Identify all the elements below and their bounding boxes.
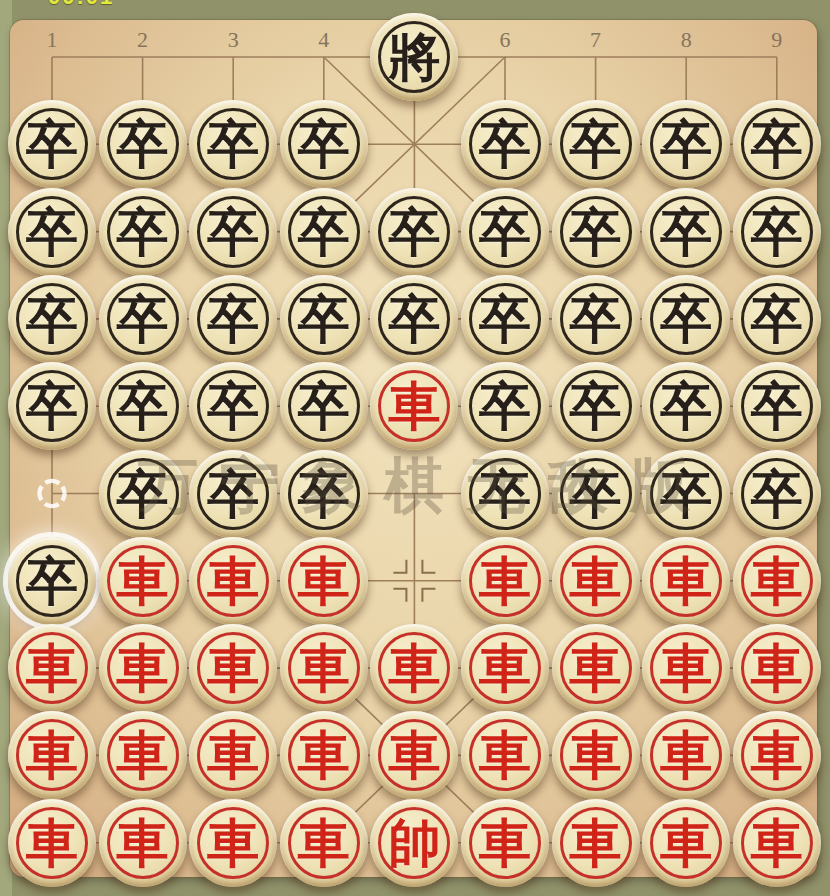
piece-black-soldier[interactable]: 卒 [8,537,96,625]
column-label-7: 7 [590,27,601,53]
piece-glyph: 卒 [479,380,531,432]
piece-black-soldier[interactable]: 卒 [99,450,187,538]
piece-glyph: 車 [388,642,440,694]
piece-black-soldier[interactable]: 卒 [8,362,96,450]
piece-red-chariot[interactable]: 車 [370,711,458,799]
piece-glyph: 卒 [570,468,622,520]
piece-black-soldier[interactable]: 卒 [189,100,277,188]
piece-glyph: 車 [570,642,622,694]
piece-red-general[interactable]: 帥 [370,799,458,887]
column-label-2: 2 [137,27,148,53]
piece-glyph: 車 [660,555,712,607]
piece-red-chariot[interactable]: 車 [280,624,368,712]
piece-black-soldier[interactable]: 卒 [552,362,640,450]
piece-black-soldier[interactable]: 卒 [189,450,277,538]
piece-glyph: 車 [479,729,531,781]
piece-black-soldier[interactable]: 卒 [280,100,368,188]
piece-black-soldier[interactable]: 卒 [461,188,549,276]
piece-glyph: 車 [751,729,803,781]
piece-black-soldier[interactable]: 卒 [189,362,277,450]
piece-glyph: 卒 [207,118,259,170]
piece-black-soldier[interactable]: 卒 [552,100,640,188]
game-timer: 00:01 [48,0,114,10]
piece-black-soldier[interactable]: 卒 [552,450,640,538]
piece-black-soldier[interactable]: 卒 [280,188,368,276]
piece-glyph: 卒 [660,468,712,520]
piece-glyph: 卒 [570,380,622,432]
piece-glyph: 卒 [117,293,169,345]
piece-glyph: 車 [117,642,169,694]
piece-red-chariot[interactable]: 車 [8,624,96,712]
piece-glyph: 車 [660,642,712,694]
piece-red-chariot[interactable]: 車 [99,711,187,799]
piece-black-soldier[interactable]: 卒 [461,275,549,363]
piece-black-soldier[interactable]: 卒 [99,275,187,363]
piece-black-general[interactable]: 將 [370,13,458,101]
piece-red-chariot[interactable]: 車 [552,537,640,625]
piece-black-soldier[interactable]: 卒 [189,275,277,363]
piece-glyph: 車 [751,555,803,607]
piece-glyph: 卒 [751,468,803,520]
piece-glyph: 卒 [26,118,78,170]
piece-glyph: 卒 [570,293,622,345]
piece-glyph: 卒 [660,293,712,345]
piece-glyph: 卒 [751,118,803,170]
piece-glyph: 車 [298,642,350,694]
piece-glyph: 車 [207,555,259,607]
piece-red-chariot[interactable]: 車 [189,799,277,887]
piece-glyph: 卒 [751,206,803,258]
piece-black-soldier[interactable]: 卒 [370,188,458,276]
piece-glyph: 帥 [388,817,440,869]
piece-black-soldier[interactable]: 卒 [189,188,277,276]
piece-glyph: 車 [298,817,350,869]
piece-red-chariot[interactable]: 車 [8,711,96,799]
piece-glyph: 車 [570,729,622,781]
piece-black-soldier[interactable]: 卒 [280,362,368,450]
piece-glyph: 卒 [207,293,259,345]
piece-red-chariot[interactable]: 車 [280,799,368,887]
piece-red-chariot[interactable]: 車 [99,799,187,887]
piece-red-chariot[interactable]: 車 [552,799,640,887]
piece-red-chariot[interactable]: 車 [189,537,277,625]
piece-glyph: 卒 [117,118,169,170]
column-label-9: 9 [771,27,782,53]
piece-glyph: 卒 [298,468,350,520]
piece-black-soldier[interactable]: 卒 [642,188,730,276]
piece-glyph: 卒 [660,206,712,258]
piece-red-chariot[interactable]: 車 [733,624,821,712]
piece-black-soldier[interactable]: 卒 [733,362,821,450]
piece-glyph: 卒 [207,468,259,520]
piece-red-chariot[interactable]: 車 [370,362,458,450]
piece-glyph: 車 [479,817,531,869]
piece-red-chariot[interactable]: 車 [461,624,549,712]
piece-red-chariot[interactable]: 車 [461,537,549,625]
piece-red-chariot[interactable]: 車 [733,537,821,625]
piece-glyph: 卒 [207,380,259,432]
piece-black-soldier[interactable]: 卒 [642,275,730,363]
piece-glyph: 卒 [117,380,169,432]
piece-red-chariot[interactable]: 車 [280,711,368,799]
piece-red-chariot[interactable]: 車 [99,624,187,712]
piece-red-chariot[interactable]: 車 [552,711,640,799]
piece-glyph: 卒 [570,118,622,170]
piece-red-chariot[interactable]: 車 [552,624,640,712]
piece-black-soldier[interactable]: 卒 [642,100,730,188]
piece-black-soldier[interactable]: 卒 [280,450,368,538]
piece-red-chariot[interactable]: 車 [642,624,730,712]
piece-glyph: 車 [26,729,78,781]
piece-black-soldier[interactable]: 卒 [733,188,821,276]
piece-glyph: 車 [207,817,259,869]
piece-glyph: 車 [117,817,169,869]
piece-glyph: 車 [207,729,259,781]
piece-red-chariot[interactable]: 車 [189,624,277,712]
piece-black-soldier[interactable]: 卒 [8,100,96,188]
piece-glyph: 卒 [479,206,531,258]
piece-glyph: 卒 [26,206,78,258]
column-label-8: 8 [681,27,692,53]
piece-red-chariot[interactable]: 車 [733,799,821,887]
piece-red-chariot[interactable]: 車 [99,537,187,625]
piece-black-soldier[interactable]: 卒 [733,275,821,363]
piece-glyph: 卒 [751,293,803,345]
piece-red-chariot[interactable]: 車 [280,537,368,625]
piece-black-soldier[interactable]: 卒 [552,275,640,363]
piece-glyph: 卒 [388,293,440,345]
piece-glyph: 車 [388,729,440,781]
piece-glyph: 車 [26,642,78,694]
column-label-4: 4 [318,27,329,53]
piece-glyph: 卒 [298,293,350,345]
piece-black-soldier[interactable]: 卒 [99,362,187,450]
piece-glyph: 卒 [207,206,259,258]
piece-glyph: 車 [117,555,169,607]
piece-black-soldier[interactable]: 卒 [642,450,730,538]
piece-black-soldier[interactable]: 卒 [99,100,187,188]
piece-glyph: 卒 [26,293,78,345]
column-label-6: 6 [500,27,511,53]
piece-black-soldier[interactable]: 卒 [642,362,730,450]
piece-black-soldier[interactable]: 卒 [370,275,458,363]
column-label-3: 3 [228,27,239,53]
xiangqi-app: { "game": "Xiangqi (Chinese Chess)", "ap… [0,0,830,896]
piece-red-chariot[interactable]: 車 [461,799,549,887]
piece-glyph: 卒 [388,206,440,258]
piece-glyph: 卒 [660,380,712,432]
piece-glyph: 卒 [117,468,169,520]
piece-glyph: 卒 [751,380,803,432]
piece-black-soldier[interactable]: 卒 [733,450,821,538]
piece-glyph: 車 [751,817,803,869]
piece-glyph: 卒 [117,206,169,258]
piece-black-soldier[interactable]: 卒 [99,188,187,276]
piece-glyph: 車 [298,729,350,781]
piece-glyph: 車 [660,729,712,781]
piece-glyph: 車 [388,380,440,432]
piece-glyph: 車 [298,555,350,607]
piece-red-chariot[interactable]: 車 [642,537,730,625]
piece-glyph: 卒 [570,206,622,258]
piece-glyph: 車 [570,555,622,607]
piece-glyph: 車 [26,817,78,869]
piece-red-chariot[interactable]: 車 [642,711,730,799]
piece-glyph: 車 [479,642,531,694]
piece-glyph: 卒 [298,206,350,258]
piece-red-chariot[interactable]: 車 [733,711,821,799]
piece-red-chariot[interactable]: 車 [189,711,277,799]
piece-glyph: 卒 [660,118,712,170]
piece-red-chariot[interactable]: 車 [461,711,549,799]
piece-glyph: 卒 [479,468,531,520]
piece-glyph: 車 [751,642,803,694]
piece-glyph: 卒 [26,380,78,432]
piece-black-soldier[interactable]: 卒 [552,188,640,276]
piece-black-soldier[interactable]: 卒 [461,450,549,538]
piece-glyph: 將 [388,31,440,83]
piece-glyph: 卒 [298,118,350,170]
piece-black-soldier[interactable]: 卒 [8,275,96,363]
piece-glyph: 卒 [479,293,531,345]
piece-glyph: 車 [660,817,712,869]
piece-black-soldier[interactable]: 卒 [461,362,549,450]
piece-glyph: 車 [479,555,531,607]
piece-glyph: 車 [570,817,622,869]
piece-glyph: 車 [207,642,259,694]
piece-glyph: 卒 [479,118,531,170]
piece-black-soldier[interactable]: 卒 [733,100,821,188]
piece-glyph: 卒 [298,380,350,432]
column-label-1: 1 [47,27,58,53]
piece-glyph: 卒 [26,555,78,607]
piece-red-chariot[interactable]: 車 [8,799,96,887]
piece-black-soldier[interactable]: 卒 [280,275,368,363]
piece-red-chariot[interactable]: 車 [642,799,730,887]
piece-black-soldier[interactable]: 卒 [8,188,96,276]
piece-black-soldier[interactable]: 卒 [461,100,549,188]
piece-red-chariot[interactable]: 車 [370,624,458,712]
piece-glyph: 車 [117,729,169,781]
